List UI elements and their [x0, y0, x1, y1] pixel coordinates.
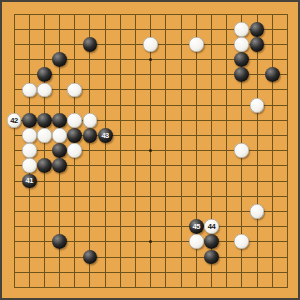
- black-stone-O3[interactable]: [204, 250, 219, 265]
- black-stone-C12[interactable]: [37, 113, 52, 128]
- black-stone-Q15[interactable]: [234, 67, 249, 82]
- black-stone-G11[interactable]: 43: [98, 128, 113, 143]
- stones-layer: 4341454244: [6, 6, 295, 295]
- white-stone-B10[interactable]: [22, 143, 37, 158]
- black-stone-N5[interactable]: 45: [189, 219, 204, 234]
- white-stone-E14[interactable]: [67, 83, 82, 98]
- white-stone-E12[interactable]: [67, 113, 82, 128]
- black-stone-F17[interactable]: [83, 37, 98, 52]
- white-stone-N4[interactable]: [189, 234, 204, 249]
- go-game-screenshot: 4341454244: [0, 0, 300, 300]
- white-stone-B14[interactable]: [22, 83, 37, 98]
- black-stone-F11[interactable]: [83, 128, 98, 143]
- black-stone-D12[interactable]: [52, 113, 67, 128]
- black-stone-R17[interactable]: [250, 37, 265, 52]
- black-stone-Q16[interactable]: [234, 52, 249, 67]
- white-stone-R6[interactable]: [250, 204, 265, 219]
- white-stone-C14[interactable]: [37, 83, 52, 98]
- black-stone-D16[interactable]: [52, 52, 67, 67]
- move-number-label: 45: [193, 223, 200, 231]
- white-stone-O5[interactable]: 44: [204, 219, 219, 234]
- white-stone-Q10[interactable]: [234, 143, 249, 158]
- white-stone-Q17[interactable]: [234, 37, 249, 52]
- black-stone-O4[interactable]: [204, 234, 219, 249]
- white-stone-K17[interactable]: [143, 37, 158, 52]
- black-stone-S15[interactable]: [265, 67, 280, 82]
- white-stone-R13[interactable]: [250, 98, 265, 113]
- white-stone-B9[interactable]: [22, 158, 37, 173]
- black-stone-D4[interactable]: [52, 234, 67, 249]
- white-stone-Q18[interactable]: [234, 22, 249, 37]
- move-number-label: 42: [10, 117, 17, 125]
- white-stone-D11[interactable]: [52, 128, 67, 143]
- black-stone-B12[interactable]: [22, 113, 37, 128]
- white-stone-N17[interactable]: [189, 37, 204, 52]
- white-stone-C11[interactable]: [37, 128, 52, 143]
- black-stone-C15[interactable]: [37, 67, 52, 82]
- black-stone-E11[interactable]: [67, 128, 82, 143]
- black-stone-F3[interactable]: [83, 250, 98, 265]
- move-number-label: 44: [208, 223, 215, 231]
- white-stone-E10[interactable]: [67, 143, 82, 158]
- move-number-label: 41: [25, 177, 32, 185]
- white-stone-A12[interactable]: 42: [7, 113, 22, 128]
- white-stone-Q4[interactable]: [234, 234, 249, 249]
- black-stone-R18[interactable]: [250, 22, 265, 37]
- go-board[interactable]: 4341454244: [0, 0, 300, 300]
- move-number-label: 43: [101, 132, 108, 140]
- white-stone-F12[interactable]: [83, 113, 98, 128]
- black-stone-D9[interactable]: [52, 158, 67, 173]
- black-stone-B8[interactable]: 41: [22, 174, 37, 189]
- black-stone-D10[interactable]: [52, 143, 67, 158]
- black-stone-C9[interactable]: [37, 158, 52, 173]
- white-stone-B11[interactable]: [22, 128, 37, 143]
